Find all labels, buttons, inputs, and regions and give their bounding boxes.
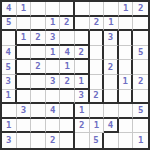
cell-r1c8[interactable] <box>104 2 119 17</box>
cell-r3c4[interactable]: 3 <box>46 31 61 46</box>
cell-r1c1[interactable]: 4 <box>2 2 17 17</box>
cell-r5c1[interactable]: 5 <box>2 60 17 75</box>
cell-r9c1[interactable]: 1 <box>2 119 17 134</box>
cell-r6c9[interactable]: 1 <box>119 75 134 90</box>
cell-r8c1[interactable] <box>2 104 17 119</box>
cell-r9c2[interactable] <box>17 119 32 134</box>
cell-r7c8[interactable] <box>104 90 119 105</box>
cell-r8c2[interactable]: 3 <box>17 104 32 119</box>
cell-r8c6[interactable]: 1 <box>75 104 90 119</box>
cell-r7c1[interactable]: 1 <box>2 90 17 105</box>
suguru-board: 4112512211233414255212332112132341512143… <box>0 0 150 150</box>
cell-r3c9[interactable] <box>119 31 134 46</box>
cell-r6c3[interactable] <box>31 75 46 90</box>
cell-r2c2[interactable] <box>17 17 32 32</box>
cell-r9c7[interactable]: 1 <box>90 119 105 134</box>
cell-r7c2[interactable] <box>17 90 32 105</box>
cell-r10c3[interactable] <box>31 133 46 148</box>
cell-r10c7[interactable]: 5 <box>90 133 105 148</box>
cell-r3c6[interactable] <box>75 31 90 46</box>
cell-r7c6[interactable]: 3 <box>75 90 90 105</box>
cell-r8c7[interactable] <box>90 104 105 119</box>
cell-r7c9[interactable] <box>119 90 134 105</box>
cell-r2c1[interactable]: 5 <box>2 17 17 32</box>
cell-r3c8[interactable]: 3 <box>104 31 119 46</box>
cell-r6c4[interactable]: 3 <box>46 75 61 90</box>
cell-r3c1[interactable] <box>2 31 17 46</box>
cell-r6c7[interactable] <box>90 75 105 90</box>
cell-r1c7[interactable] <box>90 2 105 17</box>
cell-r2c3[interactable] <box>31 17 46 32</box>
cell-r7c4[interactable] <box>46 90 61 105</box>
cell-r2c6[interactable] <box>75 17 90 32</box>
cell-r4c4[interactable]: 1 <box>46 46 61 61</box>
cell-r2c4[interactable]: 1 <box>46 17 61 32</box>
cell-r4c7[interactable] <box>90 46 105 61</box>
cell-r6c5[interactable]: 2 <box>60 75 75 90</box>
cell-r5c3[interactable]: 2 <box>31 60 46 75</box>
cell-r5c2[interactable] <box>17 60 32 75</box>
cell-r10c5[interactable] <box>60 133 75 148</box>
cell-r3c7[interactable] <box>90 31 105 46</box>
cell-r4c1[interactable]: 4 <box>2 46 17 61</box>
cell-r7c10[interactable] <box>133 90 148 105</box>
cell-r3c2[interactable]: 1 <box>17 31 32 46</box>
cell-r3c3[interactable]: 2 <box>31 31 46 46</box>
cell-r1c9[interactable]: 1 <box>119 2 134 17</box>
cell-r1c6[interactable] <box>75 2 90 17</box>
cell-r6c1[interactable]: 3 <box>2 75 17 90</box>
cell-r2c8[interactable]: 1 <box>104 17 119 32</box>
cell-r1c2[interactable]: 1 <box>17 2 32 17</box>
cell-r4c3[interactable] <box>31 46 46 61</box>
cell-r8c3[interactable] <box>31 104 46 119</box>
cell-r4c6[interactable]: 2 <box>75 46 90 61</box>
cell-r5c8[interactable]: 2 <box>104 60 119 75</box>
cell-r9c9[interactable] <box>119 119 134 134</box>
cell-r3c5[interactable] <box>60 31 75 46</box>
cell-r10c6[interactable] <box>75 133 90 148</box>
cell-r2c7[interactable]: 2 <box>90 17 105 32</box>
cell-r4c8[interactable] <box>104 46 119 61</box>
cell-r4c5[interactable]: 4 <box>60 46 75 61</box>
cell-r7c5[interactable] <box>60 90 75 105</box>
cell-r9c6[interactable]: 2 <box>75 119 90 134</box>
cell-r10c1[interactable]: 3 <box>2 133 17 148</box>
cell-r6c6[interactable]: 1 <box>75 75 90 90</box>
cell-r8c10[interactable]: 5 <box>133 104 148 119</box>
cell-r6c2[interactable] <box>17 75 32 90</box>
cell-r2c10[interactable] <box>133 17 148 32</box>
cell-r10c9[interactable] <box>119 133 134 148</box>
cell-r5c5[interactable]: 1 <box>60 60 75 75</box>
cell-r9c8[interactable]: 4 <box>104 119 119 134</box>
cell-r1c10[interactable]: 2 <box>133 2 148 17</box>
cell-r6c10[interactable]: 2 <box>133 75 148 90</box>
cell-r10c4[interactable]: 2 <box>46 133 61 148</box>
cell-r5c10[interactable] <box>133 60 148 75</box>
cell-r9c4[interactable] <box>46 119 61 134</box>
cell-r5c9[interactable] <box>119 60 134 75</box>
cell-r1c5[interactable] <box>60 2 75 17</box>
cell-r2c5[interactable]: 2 <box>60 17 75 32</box>
cell-r10c2[interactable] <box>17 133 32 148</box>
cell-r8c5[interactable] <box>60 104 75 119</box>
cell-r10c8[interactable] <box>104 133 119 148</box>
cell-r4c9[interactable] <box>119 46 134 61</box>
cell-r9c10[interactable] <box>133 119 148 134</box>
cell-r10c10[interactable]: 1 <box>133 133 148 148</box>
cell-r2c9[interactable] <box>119 17 134 32</box>
cell-r6c8[interactable] <box>104 75 119 90</box>
cell-r5c6[interactable] <box>75 60 90 75</box>
cell-r3c10[interactable] <box>133 31 148 46</box>
cell-r4c2[interactable] <box>17 46 32 61</box>
cell-r8c8[interactable] <box>104 104 119 119</box>
cell-r7c7[interactable]: 2 <box>90 90 105 105</box>
cell-r4c10[interactable]: 5 <box>133 46 148 61</box>
cell-r5c4[interactable] <box>46 60 61 75</box>
cell-r1c3[interactable] <box>31 2 46 17</box>
cell-r9c5[interactable] <box>60 119 75 134</box>
cell-r5c7[interactable] <box>90 60 105 75</box>
cell-r1c4[interactable] <box>46 2 61 17</box>
cell-r9c3[interactable] <box>31 119 46 134</box>
cell-r8c4[interactable]: 4 <box>46 104 61 119</box>
cell-r7c3[interactable] <box>31 90 46 105</box>
cell-r8c9[interactable] <box>119 104 134 119</box>
